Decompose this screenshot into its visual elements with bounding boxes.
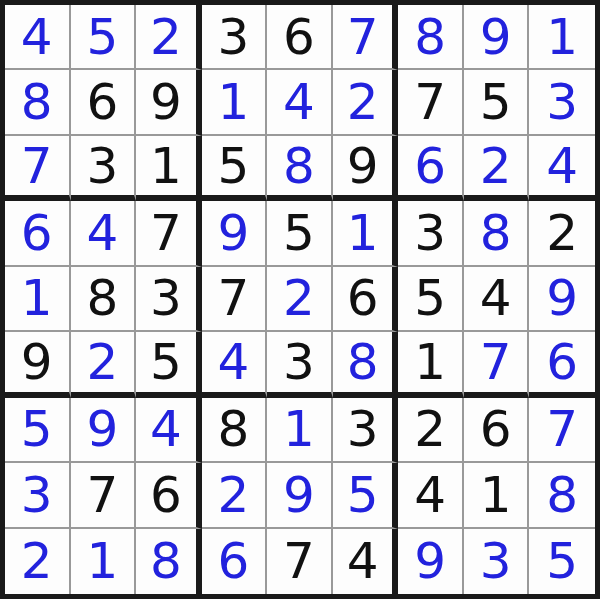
cell-r6c1[interactable]: 9 [5,332,71,397]
cell-r7c9[interactable]: 7 [529,398,595,463]
cell-r9c4[interactable]: 6 [202,529,268,594]
cell-r6c6[interactable]: 8 [333,332,399,397]
cell-r3c5[interactable]: 8 [267,136,333,201]
cell-r1c7[interactable]: 8 [398,5,464,70]
cell-r3c8[interactable]: 2 [464,136,530,201]
cell-r7c2[interactable]: 9 [71,398,137,463]
cell-r8c1[interactable]: 3 [5,463,71,528]
cell-r8c4[interactable]: 2 [202,463,268,528]
cell-r2c7[interactable]: 7 [398,70,464,135]
cell-r4c4[interactable]: 9 [202,201,268,266]
cell-r2c2[interactable]: 6 [71,70,137,135]
cell-r4c8[interactable]: 8 [464,201,530,266]
cell-r4c9[interactable]: 2 [529,201,595,266]
sudoku-board: 4523678918691427537315896246479513821837… [0,0,600,599]
cell-r2c6[interactable]: 2 [333,70,399,135]
sudoku-grid: 4523678918691427537315896246479513821837… [5,5,595,594]
cell-r6c8[interactable]: 7 [464,332,530,397]
cell-r7c1[interactable]: 5 [5,398,71,463]
cell-r9c6[interactable]: 4 [333,529,399,594]
cell-r8c7[interactable]: 4 [398,463,464,528]
cell-r2c3[interactable]: 9 [136,70,202,135]
cell-r9c8[interactable]: 3 [464,529,530,594]
cell-r9c1[interactable]: 2 [5,529,71,594]
cell-r5c6[interactable]: 6 [333,267,399,332]
cell-r5c8[interactable]: 4 [464,267,530,332]
cell-r7c3[interactable]: 4 [136,398,202,463]
cell-r3c2[interactable]: 3 [71,136,137,201]
cell-r3c4[interactable]: 5 [202,136,268,201]
cell-r3c6[interactable]: 9 [333,136,399,201]
cell-r7c6[interactable]: 3 [333,398,399,463]
cell-r9c5[interactable]: 7 [267,529,333,594]
cell-r8c3[interactable]: 6 [136,463,202,528]
cell-r6c5[interactable]: 3 [267,332,333,397]
cell-r5c2[interactable]: 8 [71,267,137,332]
cell-r1c9[interactable]: 1 [529,5,595,70]
cell-r3c3[interactable]: 1 [136,136,202,201]
cell-r4c7[interactable]: 3 [398,201,464,266]
cell-r8c8[interactable]: 1 [464,463,530,528]
cell-r5c4[interactable]: 7 [202,267,268,332]
cell-r4c6[interactable]: 1 [333,201,399,266]
cell-r1c2[interactable]: 5 [71,5,137,70]
cell-r7c7[interactable]: 2 [398,398,464,463]
cell-r5c9[interactable]: 9 [529,267,595,332]
cell-r6c4[interactable]: 4 [202,332,268,397]
cell-r7c5[interactable]: 1 [267,398,333,463]
cell-r9c7[interactable]: 9 [398,529,464,594]
cell-r6c2[interactable]: 2 [71,332,137,397]
cell-r8c2[interactable]: 7 [71,463,137,528]
cell-r1c5[interactable]: 6 [267,5,333,70]
cell-r1c6[interactable]: 7 [333,5,399,70]
cell-r6c7[interactable]: 1 [398,332,464,397]
cell-r4c5[interactable]: 5 [267,201,333,266]
cell-r4c1[interactable]: 6 [5,201,71,266]
cell-r1c1[interactable]: 4 [5,5,71,70]
cell-r2c8[interactable]: 5 [464,70,530,135]
cell-r4c3[interactable]: 7 [136,201,202,266]
cell-r9c3[interactable]: 8 [136,529,202,594]
cell-r8c9[interactable]: 8 [529,463,595,528]
cell-r9c9[interactable]: 5 [529,529,595,594]
cell-r3c7[interactable]: 6 [398,136,464,201]
cell-r2c9[interactable]: 3 [529,70,595,135]
cell-r4c2[interactable]: 4 [71,201,137,266]
cell-r7c8[interactable]: 6 [464,398,530,463]
cell-r6c3[interactable]: 5 [136,332,202,397]
cell-r6c9[interactable]: 6 [529,332,595,397]
cell-r2c5[interactable]: 4 [267,70,333,135]
cell-r8c6[interactable]: 5 [333,463,399,528]
cell-r1c8[interactable]: 9 [464,5,530,70]
cell-r9c2[interactable]: 1 [71,529,137,594]
cell-r5c5[interactable]: 2 [267,267,333,332]
cell-r2c1[interactable]: 8 [5,70,71,135]
cell-r1c3[interactable]: 2 [136,5,202,70]
cell-r7c4[interactable]: 8 [202,398,268,463]
cell-r8c5[interactable]: 9 [267,463,333,528]
cell-r5c7[interactable]: 5 [398,267,464,332]
cell-r5c1[interactable]: 1 [5,267,71,332]
cell-r2c4[interactable]: 1 [202,70,268,135]
cell-r5c3[interactable]: 3 [136,267,202,332]
cell-r1c4[interactable]: 3 [202,5,268,70]
cell-r3c1[interactable]: 7 [5,136,71,201]
cell-r3c9[interactable]: 4 [529,136,595,201]
